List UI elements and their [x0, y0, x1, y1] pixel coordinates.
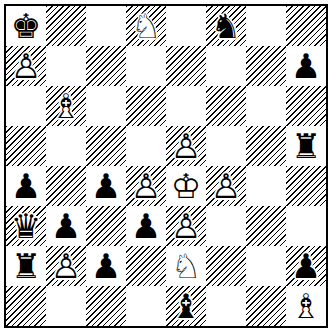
black-pawn-piece[interactable]: ♟♟: [286, 46, 326, 86]
square-d8[interactable]: ♞♘: [126, 6, 166, 46]
white-bishop-icon: ♗: [291, 286, 321, 326]
white-knight-icon: ♘: [131, 6, 161, 46]
chess-diagram: ♚♚♞♘♞♞♟♙♟♟♝♗♟♙♜♜♟♟♟♟♟♙♚♔♟♙♛♛♟♟♟♟♟♙♜♜♟♙♟♟…: [0, 0, 332, 332]
square-g4[interactable]: [246, 166, 286, 206]
black-pawn-icon: ♟: [51, 206, 81, 246]
square-h6[interactable]: [286, 86, 326, 126]
chess-board: ♚♚♞♘♞♞♟♙♟♟♝♗♟♙♜♜♟♟♟♟♟♙♚♔♟♙♛♛♟♟♟♟♟♙♜♜♟♙♟♟…: [6, 6, 326, 326]
square-f6[interactable]: [206, 86, 246, 126]
square-f1[interactable]: [206, 286, 246, 326]
square-c5[interactable]: [86, 126, 126, 166]
square-f2[interactable]: [206, 246, 246, 286]
square-f8[interactable]: ♞♞: [206, 6, 246, 46]
black-pawn-piece[interactable]: ♟♟: [86, 246, 126, 286]
square-e2[interactable]: ♞♘: [166, 246, 206, 286]
white-pawn-icon: ♙: [51, 246, 81, 286]
square-g2[interactable]: [246, 246, 286, 286]
square-g7[interactable]: [246, 46, 286, 86]
square-c7[interactable]: [86, 46, 126, 86]
black-rook-piece[interactable]: ♜♜: [6, 246, 46, 286]
board-frame: ♚♚♞♘♞♞♟♙♟♟♝♗♟♙♜♜♟♟♟♟♟♙♚♔♟♙♛♛♟♟♟♟♟♙♜♜♟♙♟♟…: [4, 4, 328, 328]
square-a6[interactable]: [6, 86, 46, 126]
white-pawn-icon: ♙: [211, 166, 241, 206]
white-pawn-piece[interactable]: ♟♙: [6, 46, 46, 86]
white-bishop-piece[interactable]: ♝♗: [286, 286, 326, 326]
black-bishop-icon: ♝: [171, 286, 201, 326]
square-h2[interactable]: ♟♟: [286, 246, 326, 286]
white-king-icon: ♔: [171, 166, 201, 206]
square-b5[interactable]: [46, 126, 86, 166]
black-pawn-piece[interactable]: ♟♟: [126, 206, 166, 246]
white-pawn-piece[interactable]: ♟♙: [206, 166, 246, 206]
square-c6[interactable]: [86, 86, 126, 126]
black-rook-piece[interactable]: ♜♜: [286, 126, 326, 166]
square-d7[interactable]: [126, 46, 166, 86]
black-pawn-icon: ♟: [291, 46, 321, 86]
black-pawn-icon: ♟: [91, 246, 121, 286]
square-d2[interactable]: [126, 246, 166, 286]
black-pawn-piece[interactable]: ♟♟: [86, 166, 126, 206]
square-d1[interactable]: [126, 286, 166, 326]
square-e5[interactable]: ♟♙: [166, 126, 206, 166]
square-f7[interactable]: [206, 46, 246, 86]
square-h8[interactable]: [286, 6, 326, 46]
square-b4[interactable]: [46, 166, 86, 206]
black-knight-icon: ♞: [211, 6, 241, 46]
white-knight-icon: ♘: [171, 246, 201, 286]
black-queen-icon: ♛: [11, 206, 41, 246]
black-knight-piece[interactable]: ♞♞: [206, 6, 246, 46]
square-a2[interactable]: ♜♜: [6, 246, 46, 286]
square-e8[interactable]: [166, 6, 206, 46]
white-king-piece[interactable]: ♚♔: [166, 166, 206, 206]
square-c1[interactable]: [86, 286, 126, 326]
square-h1[interactable]: ♝♗: [286, 286, 326, 326]
white-bishop-piece[interactable]: ♝♗: [46, 86, 86, 126]
black-pawn-icon: ♟: [11, 166, 41, 206]
black-king-piece[interactable]: ♚♚: [6, 6, 46, 46]
white-pawn-icon: ♙: [171, 126, 201, 166]
square-b3[interactable]: ♟♟: [46, 206, 86, 246]
white-pawn-piece[interactable]: ♟♙: [166, 206, 206, 246]
black-pawn-icon: ♟: [131, 206, 161, 246]
square-e7[interactable]: [166, 46, 206, 86]
square-a1[interactable]: [6, 286, 46, 326]
square-c2[interactable]: ♟♟: [86, 246, 126, 286]
white-pawn-icon: ♙: [11, 46, 41, 86]
square-e4[interactable]: ♚♔: [166, 166, 206, 206]
square-e3[interactable]: ♟♙: [166, 206, 206, 246]
square-b2[interactable]: ♟♙: [46, 246, 86, 286]
white-bishop-icon: ♗: [51, 86, 81, 126]
square-b6[interactable]: ♝♗: [46, 86, 86, 126]
square-g5[interactable]: [246, 126, 286, 166]
square-h5[interactable]: ♜♜: [286, 126, 326, 166]
black-pawn-piece[interactable]: ♟♟: [6, 166, 46, 206]
white-pawn-piece[interactable]: ♟♙: [166, 126, 206, 166]
square-g6[interactable]: [246, 86, 286, 126]
black-pawn-icon: ♟: [91, 166, 121, 206]
square-h4[interactable]: [286, 166, 326, 206]
black-queen-piece[interactable]: ♛♛: [6, 206, 46, 246]
square-f4[interactable]: ♟♙: [206, 166, 246, 206]
square-b7[interactable]: [46, 46, 86, 86]
square-d6[interactable]: [126, 86, 166, 126]
black-pawn-piece[interactable]: ♟♟: [46, 206, 86, 246]
square-d3[interactable]: ♟♟: [126, 206, 166, 246]
square-g3[interactable]: [246, 206, 286, 246]
white-pawn-icon: ♙: [131, 166, 161, 206]
square-f5[interactable]: [206, 126, 246, 166]
square-a5[interactable]: [6, 126, 46, 166]
square-a3[interactable]: ♛♛: [6, 206, 46, 246]
square-a4[interactable]: ♟♟: [6, 166, 46, 206]
square-e6[interactable]: [166, 86, 206, 126]
white-knight-piece[interactable]: ♞♘: [166, 246, 206, 286]
square-c8[interactable]: [86, 6, 126, 46]
square-b1[interactable]: [46, 286, 86, 326]
black-pawn-piece[interactable]: ♟♟: [286, 246, 326, 286]
white-pawn-piece[interactable]: ♟♙: [46, 246, 86, 286]
square-d5[interactable]: [126, 126, 166, 166]
square-c3[interactable]: [86, 206, 126, 246]
square-f3[interactable]: [206, 206, 246, 246]
square-a7[interactable]: ♟♙: [6, 46, 46, 86]
white-knight-piece[interactable]: ♞♘: [126, 6, 166, 46]
white-pawn-piece[interactable]: ♟♙: [126, 166, 166, 206]
square-d4[interactable]: ♟♙: [126, 166, 166, 206]
square-a8[interactable]: ♚♚: [6, 6, 46, 46]
square-b8[interactable]: [46, 6, 86, 46]
square-e1[interactable]: ♝♝: [166, 286, 206, 326]
black-king-icon: ♚: [11, 6, 41, 46]
black-bishop-piece[interactable]: ♝♝: [166, 286, 206, 326]
square-c4[interactable]: ♟♟: [86, 166, 126, 206]
white-pawn-icon: ♙: [171, 206, 201, 246]
black-rook-icon: ♜: [11, 246, 41, 286]
black-rook-icon: ♜: [291, 126, 321, 166]
black-pawn-icon: ♟: [291, 246, 321, 286]
square-g1[interactable]: [246, 286, 286, 326]
square-h7[interactable]: ♟♟: [286, 46, 326, 86]
square-h3[interactable]: [286, 206, 326, 246]
square-g8[interactable]: [246, 6, 286, 46]
